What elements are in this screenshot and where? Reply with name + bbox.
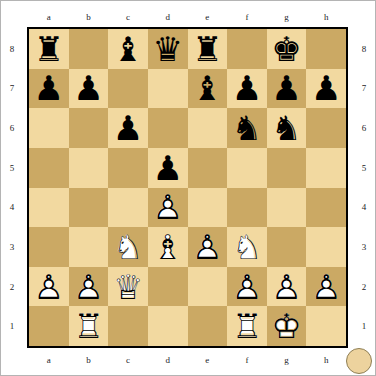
rank-label-7: 7 bbox=[351, 69, 376, 109]
square-d5[interactable]: ♟ bbox=[148, 148, 188, 188]
square-b2[interactable]: ♟♙ bbox=[69, 267, 109, 307]
file-label-a: a bbox=[29, 351, 69, 369]
square-d4[interactable]: ♟♙ bbox=[148, 188, 188, 228]
file-label-e: e bbox=[188, 351, 228, 369]
rank-label-2: 2 bbox=[351, 267, 376, 307]
square-a8[interactable]: ♜ bbox=[29, 29, 69, 69]
black-knight: ♞ bbox=[227, 108, 267, 148]
file-label-f: f bbox=[227, 351, 267, 369]
white-rook: ♜♖ bbox=[227, 306, 267, 346]
file-label-g: g bbox=[267, 351, 307, 369]
square-h5[interactable] bbox=[306, 148, 346, 188]
white-pawn: ♟♙ bbox=[267, 267, 307, 307]
white-knight: ♞♘ bbox=[108, 227, 148, 267]
file-label-a: a bbox=[29, 8, 69, 26]
square-f2[interactable]: ♟♙ bbox=[227, 267, 267, 307]
rank-label-8: 8 bbox=[351, 29, 376, 69]
square-h2[interactable]: ♟♙ bbox=[306, 267, 346, 307]
white-king: ♚♔ bbox=[267, 306, 307, 346]
square-c2[interactable]: ♛♕ bbox=[108, 267, 148, 307]
square-c4[interactable] bbox=[108, 188, 148, 228]
square-c3[interactable]: ♞♘ bbox=[108, 227, 148, 267]
square-c5[interactable] bbox=[108, 148, 148, 188]
square-g4[interactable] bbox=[267, 188, 307, 228]
white-knight: ♞♘ bbox=[227, 227, 267, 267]
square-d7[interactable] bbox=[148, 69, 188, 109]
square-h1[interactable] bbox=[306, 306, 346, 346]
rank-label-7: 7 bbox=[1, 69, 23, 109]
white-pawn: ♟♙ bbox=[148, 188, 188, 228]
square-g7[interactable]: ♟ bbox=[267, 69, 307, 109]
square-c6[interactable]: ♟ bbox=[108, 108, 148, 148]
white-bishop: ♝♗ bbox=[148, 227, 188, 267]
black-rook: ♜ bbox=[29, 29, 69, 69]
white-pawn: ♟♙ bbox=[29, 267, 69, 307]
square-b1[interactable]: ♜♖ bbox=[69, 306, 109, 346]
white-queen: ♛♕ bbox=[108, 267, 148, 307]
square-b4[interactable] bbox=[69, 188, 109, 228]
square-g6[interactable]: ♞ bbox=[267, 108, 307, 148]
square-b3[interactable] bbox=[69, 227, 109, 267]
square-e4[interactable] bbox=[188, 188, 228, 228]
white-pawn: ♟♙ bbox=[227, 267, 267, 307]
square-e8[interactable]: ♜ bbox=[188, 29, 228, 69]
square-d8[interactable]: ♛ bbox=[148, 29, 188, 69]
white-pawn: ♟♙ bbox=[188, 227, 228, 267]
square-e6[interactable] bbox=[188, 108, 228, 148]
file-label-c: c bbox=[108, 351, 148, 369]
side-to-move-indicator bbox=[346, 348, 372, 374]
square-h3[interactable] bbox=[306, 227, 346, 267]
square-f4[interactable] bbox=[227, 188, 267, 228]
square-f8[interactable] bbox=[227, 29, 267, 69]
white-rook: ♜♖ bbox=[69, 306, 109, 346]
square-f7[interactable]: ♟ bbox=[227, 69, 267, 109]
square-d6[interactable] bbox=[148, 108, 188, 148]
rank-label-4: 4 bbox=[351, 188, 376, 228]
square-a6[interactable] bbox=[29, 108, 69, 148]
square-g3[interactable] bbox=[267, 227, 307, 267]
black-bishop: ♝ bbox=[188, 69, 228, 109]
rank-labels-left: 87654321 bbox=[1, 29, 23, 346]
square-f3[interactable]: ♞♘ bbox=[227, 227, 267, 267]
black-pawn: ♟ bbox=[108, 108, 148, 148]
square-b5[interactable] bbox=[69, 148, 109, 188]
square-b7[interactable]: ♟ bbox=[69, 69, 109, 109]
square-c7[interactable] bbox=[108, 69, 148, 109]
square-d2[interactable] bbox=[148, 267, 188, 307]
black-pawn: ♟ bbox=[227, 69, 267, 109]
rank-label-1: 1 bbox=[1, 306, 23, 346]
black-rook: ♜ bbox=[188, 29, 228, 69]
rank-labels-right: 87654321 bbox=[351, 29, 376, 346]
black-knight: ♞ bbox=[267, 108, 307, 148]
file-label-b: b bbox=[69, 351, 109, 369]
rank-label-6: 6 bbox=[351, 108, 376, 148]
chess-board: ♜♝♛♜♚♟♟♝♟♟♟♟♞♞♟♟♙♞♘♝♗♟♙♞♘♟♙♟♙♛♕♟♙♟♙♟♙♜♖♜… bbox=[27, 27, 348, 348]
square-a3[interactable] bbox=[29, 227, 69, 267]
black-queen: ♛ bbox=[148, 29, 188, 69]
file-labels-bottom: abcdefgh bbox=[29, 351, 346, 369]
square-e3[interactable]: ♟♙ bbox=[188, 227, 228, 267]
square-f1[interactable]: ♜♖ bbox=[227, 306, 267, 346]
square-g5[interactable] bbox=[267, 148, 307, 188]
square-c1[interactable] bbox=[108, 306, 148, 346]
black-pawn: ♟ bbox=[69, 69, 109, 109]
black-pawn: ♟ bbox=[306, 69, 346, 109]
square-a2[interactable]: ♟♙ bbox=[29, 267, 69, 307]
rank-label-3: 3 bbox=[1, 227, 23, 267]
black-pawn: ♟ bbox=[148, 148, 188, 188]
square-a1[interactable] bbox=[29, 306, 69, 346]
square-g2[interactable]: ♟♙ bbox=[267, 267, 307, 307]
square-f6[interactable]: ♞ bbox=[227, 108, 267, 148]
square-e5[interactable] bbox=[188, 148, 228, 188]
file-label-c: c bbox=[108, 8, 148, 26]
rank-label-3: 3 bbox=[351, 227, 376, 267]
square-c8[interactable]: ♝ bbox=[108, 29, 148, 69]
file-label-d: d bbox=[148, 8, 188, 26]
square-g1[interactable]: ♚♔ bbox=[267, 306, 307, 346]
file-label-e: e bbox=[188, 8, 228, 26]
square-e2[interactable] bbox=[188, 267, 228, 307]
square-h6[interactable] bbox=[306, 108, 346, 148]
black-king: ♚ bbox=[267, 29, 307, 69]
file-label-g: g bbox=[267, 8, 307, 26]
square-d3[interactable]: ♝♗ bbox=[148, 227, 188, 267]
square-a7[interactable]: ♟ bbox=[29, 69, 69, 109]
black-pawn: ♟ bbox=[29, 69, 69, 109]
file-label-h: h bbox=[306, 351, 346, 369]
rank-label-6: 6 bbox=[1, 108, 23, 148]
square-e7[interactable]: ♝ bbox=[188, 69, 228, 109]
square-b8[interactable] bbox=[69, 29, 109, 69]
square-h4[interactable] bbox=[306, 188, 346, 228]
rank-label-1: 1 bbox=[351, 306, 376, 346]
square-e1[interactable] bbox=[188, 306, 228, 346]
square-b6[interactable] bbox=[69, 108, 109, 148]
square-a5[interactable] bbox=[29, 148, 69, 188]
rank-label-5: 5 bbox=[351, 148, 376, 188]
rank-label-4: 4 bbox=[1, 188, 23, 228]
square-h8[interactable] bbox=[306, 29, 346, 69]
square-d1[interactable] bbox=[148, 306, 188, 346]
white-pawn: ♟♙ bbox=[69, 267, 109, 307]
rank-label-2: 2 bbox=[1, 267, 23, 307]
rank-label-8: 8 bbox=[1, 29, 23, 69]
rank-label-5: 5 bbox=[1, 148, 23, 188]
black-pawn: ♟ bbox=[267, 69, 307, 109]
square-h7[interactable]: ♟ bbox=[306, 69, 346, 109]
chess-diagram: abcdefgh abcdefgh 87654321 87654321 ♜♝♛♜… bbox=[0, 0, 376, 376]
file-labels-top: abcdefgh bbox=[29, 8, 346, 26]
file-label-b: b bbox=[69, 8, 109, 26]
square-g8[interactable]: ♚ bbox=[267, 29, 307, 69]
square-f5[interactable] bbox=[227, 148, 267, 188]
file-label-d: d bbox=[148, 351, 188, 369]
white-pawn: ♟♙ bbox=[306, 267, 346, 307]
square-a4[interactable] bbox=[29, 188, 69, 228]
black-bishop: ♝ bbox=[108, 29, 148, 69]
file-label-f: f bbox=[227, 8, 267, 26]
file-label-h: h bbox=[306, 8, 346, 26]
